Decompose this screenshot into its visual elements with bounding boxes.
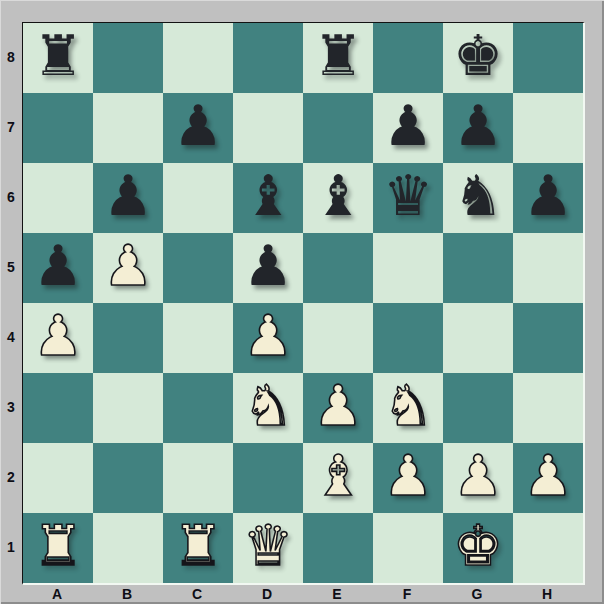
file-label-h: H [512, 583, 582, 604]
file-labels: ABCDEFGH [22, 583, 582, 604]
square-g5[interactable] [443, 233, 513, 303]
square-d1[interactable]: ♛ [233, 513, 303, 583]
square-b2[interactable] [93, 443, 163, 513]
square-e8[interactable]: ♜ [303, 23, 373, 93]
square-g3[interactable] [443, 373, 513, 443]
black-pawn-icon[interactable]: ♟ [103, 168, 153, 224]
square-f5[interactable] [373, 233, 443, 303]
square-h1[interactable] [513, 513, 583, 583]
square-d8[interactable] [233, 23, 303, 93]
rank-label-1: 1 [0, 512, 22, 582]
white-knight-icon[interactable]: ♞ [243, 378, 293, 434]
square-e5[interactable] [303, 233, 373, 303]
white-pawn-icon[interactable]: ♟ [313, 378, 363, 434]
square-h8[interactable] [513, 23, 583, 93]
rank-label-6: 6 [0, 162, 22, 232]
rank-labels: 87654321 [0, 22, 22, 582]
square-a6[interactable] [23, 163, 93, 233]
file-label-b: B [92, 583, 162, 604]
rank-label-2: 2 [0, 442, 22, 512]
square-g1[interactable]: ♚ [443, 513, 513, 583]
square-c4[interactable] [163, 303, 233, 373]
square-e7[interactable] [303, 93, 373, 163]
square-b3[interactable] [93, 373, 163, 443]
black-pawn-icon[interactable]: ♟ [173, 98, 223, 154]
black-pawn-icon[interactable]: ♟ [453, 98, 503, 154]
square-e6[interactable]: ♝ [303, 163, 373, 233]
black-pawn-icon[interactable]: ♟ [383, 98, 433, 154]
square-d7[interactable] [233, 93, 303, 163]
square-g7[interactable]: ♟ [443, 93, 513, 163]
square-a5[interactable]: ♟ [23, 233, 93, 303]
square-b7[interactable] [93, 93, 163, 163]
white-king-icon[interactable]: ♚ [453, 518, 503, 574]
square-a3[interactable] [23, 373, 93, 443]
white-rook-icon[interactable]: ♜ [173, 518, 223, 574]
black-bishop-icon[interactable]: ♝ [313, 168, 363, 224]
square-c8[interactable] [163, 23, 233, 93]
square-a7[interactable] [23, 93, 93, 163]
square-f3[interactable]: ♞ [373, 373, 443, 443]
square-b5[interactable]: ♟ [93, 233, 163, 303]
square-h5[interactable] [513, 233, 583, 303]
square-a4[interactable]: ♟ [23, 303, 93, 373]
square-f1[interactable] [373, 513, 443, 583]
white-pawn-icon[interactable]: ♟ [453, 448, 503, 504]
square-g6[interactable]: ♞ [443, 163, 513, 233]
file-label-f: F [372, 583, 442, 604]
square-f6[interactable]: ♛ [373, 163, 443, 233]
white-queen-icon[interactable]: ♛ [243, 518, 293, 574]
rank-label-3: 3 [0, 372, 22, 442]
square-e1[interactable] [303, 513, 373, 583]
rank-label-4: 4 [0, 302, 22, 372]
square-d2[interactable] [233, 443, 303, 513]
white-rook-icon[interactable]: ♜ [33, 518, 83, 574]
black-pawn-icon[interactable]: ♟ [523, 168, 573, 224]
square-f8[interactable] [373, 23, 443, 93]
square-c2[interactable] [163, 443, 233, 513]
square-d5[interactable]: ♟ [233, 233, 303, 303]
square-b8[interactable] [93, 23, 163, 93]
white-knight-icon[interactable]: ♞ [383, 378, 433, 434]
black-pawn-icon[interactable]: ♟ [243, 238, 293, 294]
square-h6[interactable]: ♟ [513, 163, 583, 233]
white-pawn-icon[interactable]: ♟ [33, 308, 83, 364]
black-queen-icon[interactable]: ♛ [383, 168, 433, 224]
square-h4[interactable] [513, 303, 583, 373]
file-label-c: C [162, 583, 232, 604]
square-b1[interactable] [93, 513, 163, 583]
square-d3[interactable]: ♞ [233, 373, 303, 443]
square-f2[interactable]: ♟ [373, 443, 443, 513]
rank-label-5: 5 [0, 232, 22, 302]
square-a2[interactable] [23, 443, 93, 513]
square-c5[interactable] [163, 233, 233, 303]
square-h3[interactable] [513, 373, 583, 443]
square-e2[interactable]: ♝ [303, 443, 373, 513]
black-rook-icon[interactable]: ♜ [33, 28, 83, 84]
white-bishop-icon[interactable]: ♝ [313, 448, 363, 504]
square-g2[interactable]: ♟ [443, 443, 513, 513]
square-c7[interactable]: ♟ [163, 93, 233, 163]
file-label-d: D [232, 583, 302, 604]
square-c6[interactable] [163, 163, 233, 233]
black-rook-icon[interactable]: ♜ [313, 28, 363, 84]
black-king-icon[interactable]: ♚ [453, 28, 503, 84]
square-a1[interactable]: ♜ [23, 513, 93, 583]
rank-label-8: 8 [0, 22, 22, 92]
chess-board[interactable]: ♜♜♚♟♟♟♟♝♝♛♞♟♟♟♟♟♟♞♟♞♝♟♟♟♜♜♛♚ [22, 22, 585, 585]
square-c1[interactable]: ♜ [163, 513, 233, 583]
black-knight-icon[interactable]: ♞ [453, 168, 503, 224]
square-g4[interactable] [443, 303, 513, 373]
square-h2[interactable]: ♟ [513, 443, 583, 513]
square-c3[interactable] [163, 373, 233, 443]
white-pawn-icon[interactable]: ♟ [383, 448, 433, 504]
black-bishop-icon[interactable]: ♝ [243, 168, 293, 224]
square-d4[interactable]: ♟ [233, 303, 303, 373]
square-f7[interactable]: ♟ [373, 93, 443, 163]
square-g8[interactable]: ♚ [443, 23, 513, 93]
square-e4[interactable] [303, 303, 373, 373]
chess-diagram-frame: 87654321 ♜♜♚♟♟♟♟♝♝♛♞♟♟♟♟♟♟♞♟♞♝♟♟♟♜♜♛♚ AB… [0, 0, 604, 604]
square-a8[interactable]: ♜ [23, 23, 93, 93]
white-pawn-icon[interactable]: ♟ [103, 238, 153, 294]
square-b6[interactable]: ♟ [93, 163, 163, 233]
square-h7[interactable] [513, 93, 583, 163]
square-f4[interactable] [373, 303, 443, 373]
square-d6[interactable]: ♝ [233, 163, 303, 233]
square-b4[interactable] [93, 303, 163, 373]
square-e3[interactable]: ♟ [303, 373, 373, 443]
file-label-g: G [442, 583, 512, 604]
white-pawn-icon[interactable]: ♟ [243, 308, 293, 364]
black-pawn-icon[interactable]: ♟ [33, 238, 83, 294]
file-label-e: E [302, 583, 372, 604]
rank-label-7: 7 [0, 92, 22, 162]
white-pawn-icon[interactable]: ♟ [523, 448, 573, 504]
file-label-a: A [22, 583, 92, 604]
